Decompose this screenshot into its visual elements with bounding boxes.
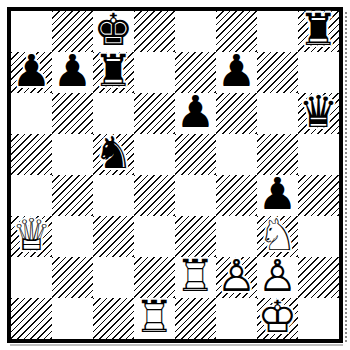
square-c3[interactable]: [93, 216, 134, 257]
black-pawn-piece: ♟: [11, 49, 52, 90]
white-rook-piece: ♖: [134, 295, 175, 336]
square-a4[interactable]: [11, 175, 52, 216]
black-pawn-piece: ♟: [257, 172, 298, 213]
square-e1[interactable]: [175, 298, 216, 339]
square-f4[interactable]: [216, 175, 257, 216]
square-b3[interactable]: [52, 216, 93, 257]
white-pawn-piece: ♙: [216, 254, 257, 295]
black-knight-piece: ♞: [93, 131, 134, 172]
square-c5[interactable]: ♞♞: [93, 134, 134, 175]
white-queen-piece-fill: ♛: [11, 213, 52, 254]
square-d6[interactable]: [134, 93, 175, 134]
square-a5[interactable]: [11, 134, 52, 175]
square-e6[interactable]: ♟♟: [175, 93, 216, 134]
black-rook-piece: ♜: [298, 8, 339, 49]
square-e5[interactable]: [175, 134, 216, 175]
square-h3[interactable]: [298, 216, 339, 257]
chess-board: ♚♚♜♜♟♟♟♟♜♜♟♟♟♟♛♛♞♞♟♟♛♕♞♘♜♖♟♙♟♙♜♖♚♔: [11, 11, 339, 339]
square-f3[interactable]: [216, 216, 257, 257]
square-c1[interactable]: [93, 298, 134, 339]
square-d7[interactable]: [134, 52, 175, 93]
square-g4[interactable]: ♟♟: [257, 175, 298, 216]
square-g1[interactable]: ♚♔: [257, 298, 298, 339]
white-rook-piece: ♖: [175, 254, 216, 295]
square-b1[interactable]: [52, 298, 93, 339]
square-g7[interactable]: [257, 52, 298, 93]
white-king-piece: ♔: [257, 295, 298, 336]
white-rook-piece-fill: ♜: [134, 295, 175, 336]
square-b5[interactable]: [52, 134, 93, 175]
square-a2[interactable]: [11, 257, 52, 298]
square-b2[interactable]: [52, 257, 93, 298]
black-pawn-piece: ♟: [52, 49, 93, 90]
square-c8[interactable]: ♚♚: [93, 11, 134, 52]
square-f1[interactable]: [216, 298, 257, 339]
square-d3[interactable]: [134, 216, 175, 257]
black-pawn-piece-fill: ♟: [52, 49, 93, 90]
black-pawn-piece-fill: ♟: [216, 49, 257, 90]
black-pawn-piece: ♟: [175, 90, 216, 131]
black-pawn-piece-fill: ♟: [257, 172, 298, 213]
square-a1[interactable]: [11, 298, 52, 339]
square-c6[interactable]: [93, 93, 134, 134]
square-e8[interactable]: [175, 11, 216, 52]
square-d4[interactable]: [134, 175, 175, 216]
black-queen-piece: ♛: [298, 90, 339, 131]
square-e2[interactable]: ♜♖: [175, 257, 216, 298]
white-knight-piece-fill: ♞: [257, 213, 298, 254]
square-a6[interactable]: [11, 93, 52, 134]
square-b7[interactable]: ♟♟: [52, 52, 93, 93]
black-pawn-piece-fill: ♟: [11, 49, 52, 90]
square-f7[interactable]: ♟♟: [216, 52, 257, 93]
square-g3[interactable]: ♞♘: [257, 216, 298, 257]
square-d1[interactable]: ♜♖: [134, 298, 175, 339]
black-pawn-piece-fill: ♟: [175, 90, 216, 131]
black-king-piece-fill: ♚: [93, 8, 134, 49]
black-king-piece: ♚: [93, 8, 134, 49]
square-h4[interactable]: [298, 175, 339, 216]
square-c4[interactable]: [93, 175, 134, 216]
square-g8[interactable]: [257, 11, 298, 52]
square-b6[interactable]: [52, 93, 93, 134]
square-f6[interactable]: [216, 93, 257, 134]
square-b8[interactable]: [52, 11, 93, 52]
square-g6[interactable]: [257, 93, 298, 134]
square-f2[interactable]: ♟♙: [216, 257, 257, 298]
square-a3[interactable]: ♛♕: [11, 216, 52, 257]
square-f8[interactable]: [216, 11, 257, 52]
square-h2[interactable]: [298, 257, 339, 298]
square-f5[interactable]: [216, 134, 257, 175]
white-pawn-piece-fill: ♟: [216, 254, 257, 295]
square-d5[interactable]: [134, 134, 175, 175]
square-h6[interactable]: ♛♛: [298, 93, 339, 134]
square-a8[interactable]: [11, 11, 52, 52]
square-d2[interactable]: [134, 257, 175, 298]
white-queen-piece: ♕: [11, 213, 52, 254]
square-g2[interactable]: ♟♙: [257, 257, 298, 298]
black-rook-piece-fill: ♜: [298, 8, 339, 49]
square-d8[interactable]: [134, 11, 175, 52]
white-pawn-piece: ♙: [257, 254, 298, 295]
square-e7[interactable]: [175, 52, 216, 93]
square-h7[interactable]: [298, 52, 339, 93]
square-b4[interactable]: [52, 175, 93, 216]
white-king-piece-fill: ♚: [257, 295, 298, 336]
black-queen-piece-fill: ♛: [298, 90, 339, 131]
square-g5[interactable]: [257, 134, 298, 175]
square-e4[interactable]: [175, 175, 216, 216]
white-rook-piece-fill: ♜: [175, 254, 216, 295]
scan-artifact-right-edge: [345, 12, 347, 342]
chess-board-frame: ♚♚♜♜♟♟♟♟♜♜♟♟♟♟♛♛♞♞♟♟♛♕♞♘♜♖♟♙♟♙♜♖♚♔: [7, 7, 343, 343]
black-rook-piece: ♜: [93, 49, 134, 90]
square-h5[interactable]: [298, 134, 339, 175]
square-h8[interactable]: ♜♜: [298, 11, 339, 52]
square-e3[interactable]: [175, 216, 216, 257]
black-rook-piece-fill: ♜: [93, 49, 134, 90]
black-knight-piece-fill: ♞: [93, 131, 134, 172]
scan-artifact-bottom-edge: [10, 344, 343, 346]
square-c7[interactable]: ♜♜: [93, 52, 134, 93]
square-c2[interactable]: [93, 257, 134, 298]
black-pawn-piece: ♟: [216, 49, 257, 90]
square-h1[interactable]: [298, 298, 339, 339]
white-pawn-piece-fill: ♟: [257, 254, 298, 295]
white-knight-piece: ♘: [257, 213, 298, 254]
square-a7[interactable]: ♟♟: [11, 52, 52, 93]
